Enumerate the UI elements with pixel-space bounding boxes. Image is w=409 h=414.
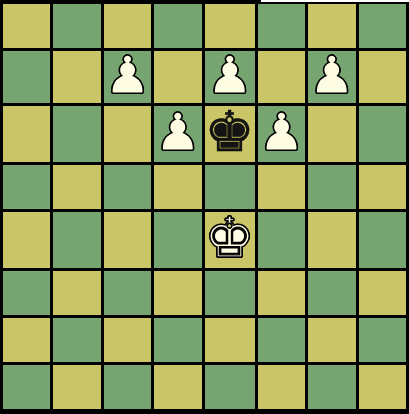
square-c2[interactable] <box>104 318 151 362</box>
square-h8[interactable] <box>359 4 406 48</box>
square-h7[interactable] <box>359 51 406 103</box>
square-f3[interactable] <box>258 271 305 315</box>
square-h1[interactable] <box>359 365 406 409</box>
square-a4[interactable] <box>3 212 50 268</box>
square-d7[interactable] <box>154 51 201 103</box>
square-h3[interactable] <box>359 271 406 315</box>
square-c3[interactable] <box>104 271 151 315</box>
square-d2[interactable] <box>154 318 201 362</box>
square-e4[interactable]: ♚ <box>205 212 255 268</box>
square-d5[interactable] <box>154 165 201 209</box>
square-f2[interactable] <box>258 318 305 362</box>
chess-board-frame: ♟♟♟♟♚♟♚ <box>0 0 409 414</box>
square-f4[interactable] <box>258 212 305 268</box>
square-b7[interactable] <box>53 51 100 103</box>
square-a7[interactable] <box>3 51 50 103</box>
square-g2[interactable] <box>308 318 355 362</box>
square-c6[interactable] <box>104 106 151 162</box>
square-h5[interactable] <box>359 165 406 209</box>
square-f1[interactable] <box>258 365 305 409</box>
square-e8[interactable] <box>205 4 255 48</box>
square-a6[interactable] <box>3 106 50 162</box>
square-g5[interactable] <box>308 165 355 209</box>
square-h2[interactable] <box>359 318 406 362</box>
square-g8[interactable] <box>308 4 355 48</box>
square-b6[interactable] <box>53 106 100 162</box>
square-g3[interactable] <box>308 271 355 315</box>
square-h6[interactable] <box>359 106 406 162</box>
chess-board: ♟♟♟♟♚♟♚ <box>0 0 409 414</box>
square-e6[interactable]: ♚ <box>205 106 255 162</box>
square-c1[interactable] <box>104 365 151 409</box>
square-h4[interactable] <box>359 212 406 268</box>
square-b5[interactable] <box>53 165 100 209</box>
square-g4[interactable] <box>308 212 355 268</box>
square-b2[interactable] <box>53 318 100 362</box>
square-g1[interactable] <box>308 365 355 409</box>
white-pawn[interactable]: ♟ <box>104 49 151 101</box>
square-c5[interactable] <box>104 165 151 209</box>
square-b3[interactable] <box>53 271 100 315</box>
white-pawn[interactable]: ♟ <box>155 106 202 158</box>
square-a5[interactable] <box>3 165 50 209</box>
square-d3[interactable] <box>154 271 201 315</box>
white-pawn[interactable]: ♟ <box>309 49 356 101</box>
square-e5[interactable] <box>205 165 255 209</box>
square-b4[interactable] <box>53 212 100 268</box>
square-e7[interactable]: ♟ <box>205 51 255 103</box>
square-b8[interactable] <box>53 4 100 48</box>
square-e2[interactable] <box>205 318 255 362</box>
square-f8[interactable] <box>258 4 305 48</box>
white-pawn[interactable]: ♟ <box>206 49 253 101</box>
square-a2[interactable] <box>3 318 50 362</box>
square-b1[interactable] <box>53 365 100 409</box>
square-e1[interactable] <box>205 365 255 409</box>
square-a1[interactable] <box>3 365 50 409</box>
square-f6[interactable]: ♟ <box>258 106 305 162</box>
square-d4[interactable] <box>154 212 201 268</box>
square-a8[interactable] <box>3 4 50 48</box>
white-king[interactable]: ♚ <box>205 210 255 266</box>
square-d8[interactable] <box>154 4 201 48</box>
square-f7[interactable] <box>258 51 305 103</box>
white-pawn[interactable]: ♟ <box>258 106 305 158</box>
square-a3[interactable] <box>3 271 50 315</box>
window-edge <box>261 0 409 2</box>
square-g6[interactable] <box>308 106 355 162</box>
square-c8[interactable] <box>104 4 151 48</box>
square-c7[interactable]: ♟ <box>104 51 151 103</box>
square-e3[interactable] <box>205 271 255 315</box>
black-king[interactable]: ♚ <box>205 104 255 160</box>
square-d6[interactable]: ♟ <box>154 106 201 162</box>
square-f5[interactable] <box>258 165 305 209</box>
square-d1[interactable] <box>154 365 201 409</box>
square-g7[interactable]: ♟ <box>308 51 355 103</box>
square-c4[interactable] <box>104 212 151 268</box>
